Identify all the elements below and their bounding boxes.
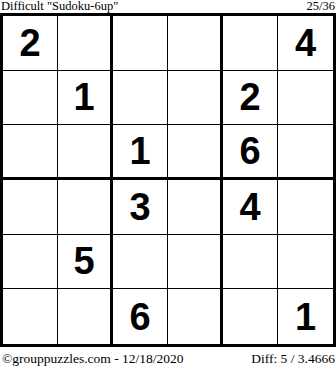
cell-r5c1-empty[interactable] <box>3 235 58 290</box>
cell-r5c4-empty[interactable] <box>168 235 223 290</box>
cell-r3c2-empty[interactable] <box>58 125 113 180</box>
cell-r1c3-empty[interactable] <box>113 16 168 71</box>
cell-r2c3-empty[interactable] <box>113 71 168 126</box>
puzzle-counter: 25/36 <box>307 0 335 13</box>
puzzle-title: Difficult "Sudoku-6up" <box>1 0 118 13</box>
cell-r3c5-given: 6 <box>223 125 278 180</box>
header: Difficult "Sudoku-6up" 25/36 <box>0 0 336 13</box>
cell-r6c3-given: 6 <box>113 289 168 344</box>
cell-r2c6-empty[interactable] <box>278 71 333 126</box>
footer: ©grouppuzzles.com - 12/18/2020 Diff: 5 /… <box>0 347 336 370</box>
cell-r2c4-empty[interactable] <box>168 71 223 126</box>
cell-r4c5-given: 4 <box>223 180 278 235</box>
cell-r3c4-empty[interactable] <box>168 125 223 180</box>
cell-r2c5-given: 2 <box>223 71 278 126</box>
cell-r6c4-empty[interactable] <box>168 289 223 344</box>
cell-r4c2-empty[interactable] <box>58 180 113 235</box>
cell-r4c1-empty[interactable] <box>3 180 58 235</box>
cell-r1c6-given: 4 <box>278 16 333 71</box>
cell-r6c6-given: 1 <box>278 289 333 344</box>
cell-r2c1-empty[interactable] <box>3 71 58 126</box>
cell-r6c2-empty[interactable] <box>58 289 113 344</box>
cell-r3c6-empty[interactable] <box>278 125 333 180</box>
cell-r5c6-empty[interactable] <box>278 235 333 290</box>
cell-r1c5-empty[interactable] <box>223 16 278 71</box>
cell-r2c2-given: 1 <box>58 71 113 126</box>
copyright-text: ©grouppuzzles.com - 12/18/2020 <box>2 351 184 366</box>
cell-r5c2-given: 5 <box>58 235 113 290</box>
cell-r1c4-empty[interactable] <box>168 16 223 71</box>
cell-r4c4-empty[interactable] <box>168 180 223 235</box>
difficulty-text: Diff: 5 / 3.4666 <box>251 351 335 366</box>
cell-r3c1-empty[interactable] <box>3 125 58 180</box>
cell-r5c3-empty[interactable] <box>113 235 168 290</box>
puzzle-page: Difficult "Sudoku-6up" 25/36 24121634561… <box>0 0 336 370</box>
cell-r4c6-empty[interactable] <box>278 180 333 235</box>
cell-r1c1-given: 2 <box>3 16 58 71</box>
cell-r1c2-empty[interactable] <box>58 16 113 71</box>
cell-r6c5-empty[interactable] <box>223 289 278 344</box>
cell-r5c5-empty[interactable] <box>223 235 278 290</box>
sudoku-board: 24121634561 <box>0 13 336 347</box>
cell-r3c3-given: 1 <box>113 125 168 180</box>
cell-r6c1-empty[interactable] <box>3 289 58 344</box>
cell-r4c3-given: 3 <box>113 180 168 235</box>
